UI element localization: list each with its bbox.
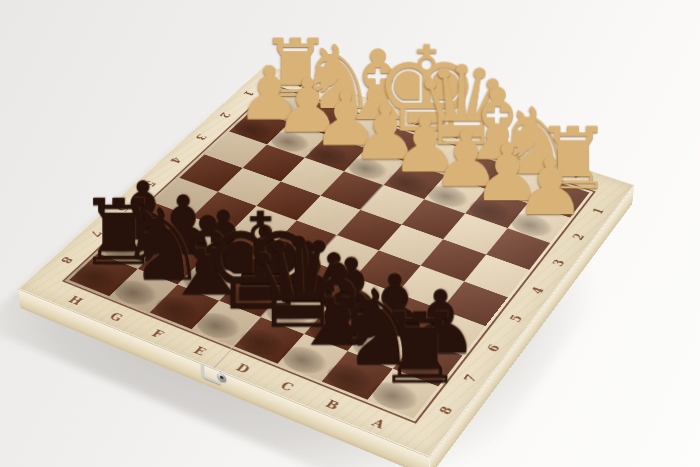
white-knight-b1: ♞: [493, 99, 539, 184]
white-rook-h1: ♜: [260, 32, 303, 106]
square-a1: ♜: [528, 179, 590, 218]
metal-latch-icon: [201, 359, 229, 388]
white-rook-a1: ♜: [535, 120, 581, 199]
white-pawn-c2: ♟: [431, 123, 477, 195]
chess-board: HGFEDCBA HGFEDCBA 12345678 12345678 ♜♞♝♚…: [18, 64, 634, 457]
scene: HGFEDCBA HGFEDCBA 12345678 12345678 ♜♞♝♚…: [0, 0, 700, 467]
piece-contact-shadow: [422, 181, 475, 211]
piece-contact-shadow: [302, 312, 360, 348]
product-photo-background: HGFEDCBA HGFEDCBA 12345678 12345678 ♜♞♝♚…: [0, 0, 700, 467]
